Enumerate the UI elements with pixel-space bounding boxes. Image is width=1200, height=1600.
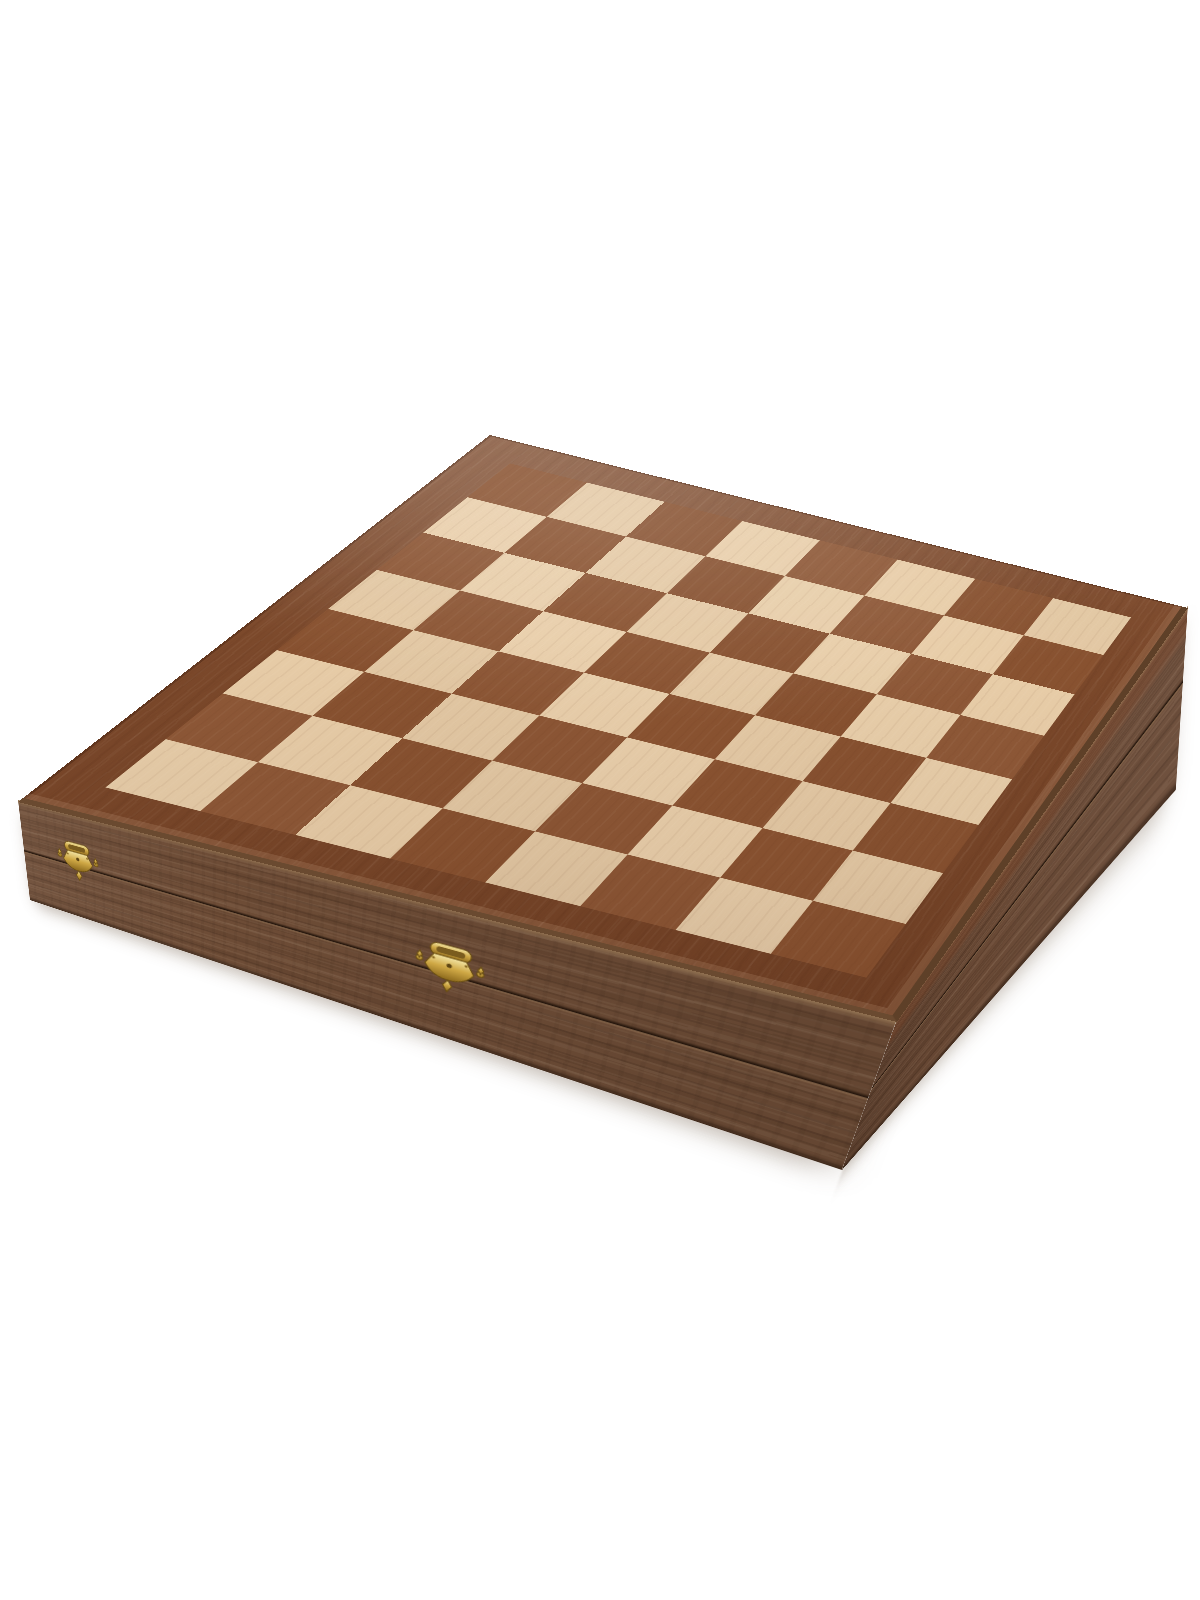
brass-latch-front-center-latch xyxy=(407,933,494,1006)
product-photo-scene xyxy=(0,0,1200,1600)
brass-latch-front-left-latch xyxy=(52,835,104,889)
